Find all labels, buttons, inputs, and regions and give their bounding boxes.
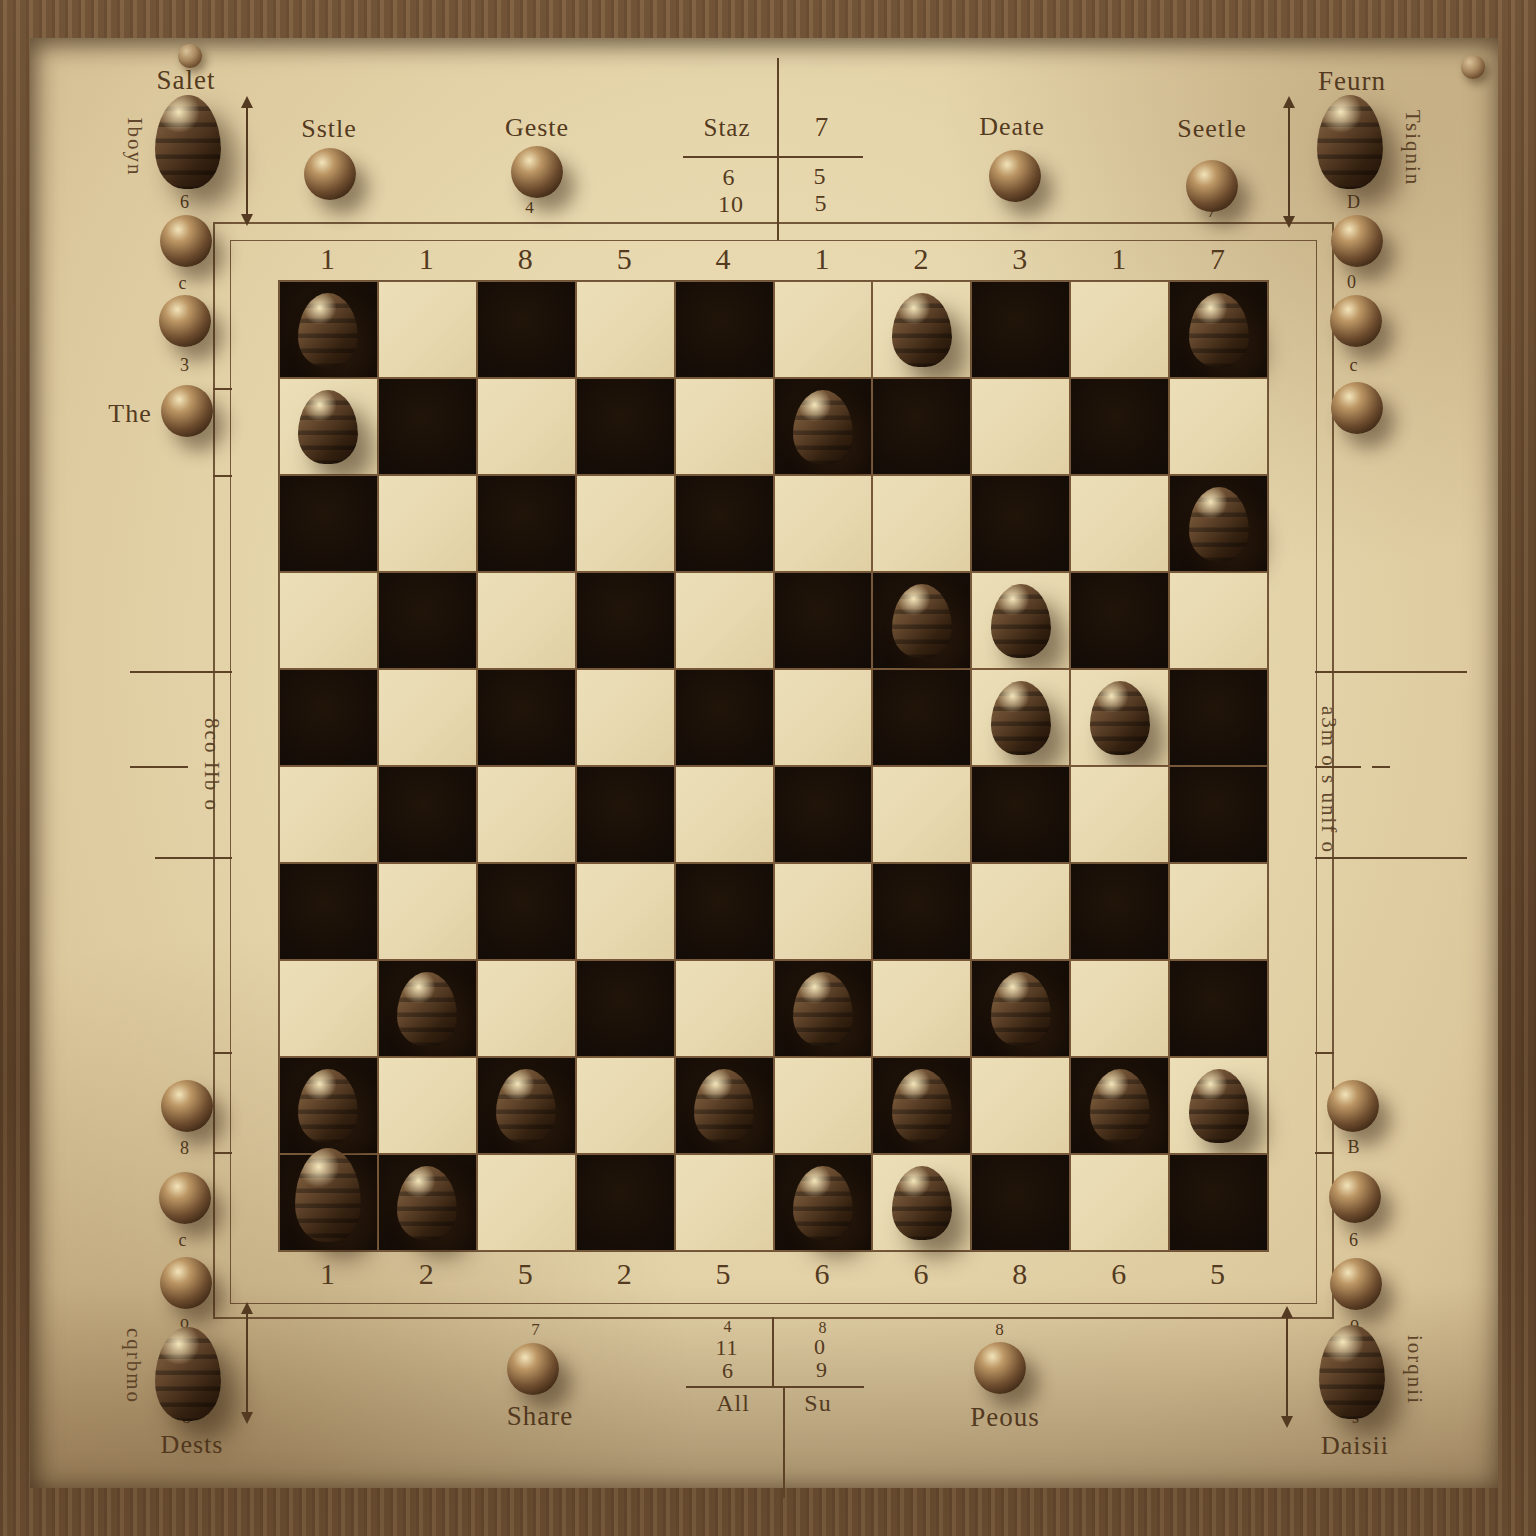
square-r9-c2[interactable] bbox=[477, 1154, 576, 1251]
left-dim-line-c bbox=[155, 857, 232, 859]
right-bottom-mark-2: 6 bbox=[1349, 1230, 1359, 1251]
square-r5-c3[interactable] bbox=[576, 766, 675, 863]
bottom-col-number-1: 1 bbox=[278, 1257, 377, 1291]
right-mid-vertical-text: a3m o s unif o bbox=[1316, 706, 1341, 854]
square-r0-c2[interactable] bbox=[477, 281, 576, 378]
square-r7-c7[interactable] bbox=[971, 960, 1070, 1057]
square-r6-c3[interactable] bbox=[576, 863, 675, 960]
right-top-vertical-text: Tsiqnin bbox=[1400, 110, 1425, 187]
checker-piece[interactable] bbox=[298, 293, 358, 367]
seetle-label: Seetle bbox=[1177, 114, 1247, 144]
right-dim-line-a bbox=[1315, 671, 1467, 673]
square-r1-c5[interactable] bbox=[774, 378, 873, 475]
square-r6-c1[interactable] bbox=[378, 863, 477, 960]
frame-pin-top-left bbox=[178, 44, 202, 68]
square-r7-c0[interactable] bbox=[279, 960, 378, 1057]
square-r9-c1[interactable] bbox=[378, 1154, 477, 1251]
top-column-numbers: 1185412317 bbox=[278, 244, 1267, 274]
square-r8-c2[interactable] bbox=[477, 1057, 576, 1154]
square-r8-c5[interactable] bbox=[774, 1057, 873, 1154]
tray-ball-left-4[interactable] bbox=[161, 1080, 213, 1132]
square-r7-c9[interactable] bbox=[1169, 960, 1268, 1057]
sstle-ball[interactable] bbox=[304, 148, 356, 200]
top-table-header-left: Staz bbox=[703, 114, 750, 142]
square-r5-c2[interactable] bbox=[477, 766, 576, 863]
top-col-number-10: 7 bbox=[1168, 242, 1267, 276]
square-r7-c5[interactable] bbox=[774, 960, 873, 1057]
square-r1-c9[interactable] bbox=[1169, 378, 1268, 475]
square-r4-c6[interactable] bbox=[872, 669, 971, 766]
square-r4-c3[interactable] bbox=[576, 669, 675, 766]
square-r4-c9[interactable] bbox=[1169, 669, 1268, 766]
top-col-number-9: 1 bbox=[1069, 242, 1168, 276]
peous-ball[interactable] bbox=[974, 1342, 1026, 1394]
square-r8-c8[interactable] bbox=[1070, 1057, 1169, 1154]
square-r8-c4[interactable] bbox=[675, 1057, 774, 1154]
bottom-col-number-8: 8 bbox=[970, 1257, 1069, 1291]
square-r4-c5[interactable] bbox=[774, 669, 873, 766]
square-r2-c7[interactable] bbox=[971, 475, 1070, 572]
share-tick: 7 bbox=[531, 1320, 541, 1340]
left-dim-line-a bbox=[130, 671, 232, 673]
square-r0-c5[interactable] bbox=[774, 281, 873, 378]
deate-label: Deate bbox=[979, 112, 1045, 142]
square-r1-c7[interactable] bbox=[971, 378, 1070, 475]
square-r8-c9[interactable] bbox=[1169, 1057, 1268, 1154]
tray-ball-left-5[interactable] bbox=[159, 1172, 211, 1224]
square-r5-c5[interactable] bbox=[774, 766, 873, 863]
checker-piece[interactable] bbox=[991, 681, 1051, 755]
top-table-rule bbox=[683, 156, 863, 158]
square-r5-c7[interactable] bbox=[971, 766, 1070, 863]
bottom-right-double-arrow bbox=[1286, 1317, 1288, 1417]
tray-ball-right-4[interactable] bbox=[1327, 1080, 1379, 1132]
square-r8-c7[interactable] bbox=[971, 1057, 1070, 1154]
square-r3-c9[interactable] bbox=[1169, 572, 1268, 669]
square-r3-c6[interactable] bbox=[872, 572, 971, 669]
daisii-label: Daisii bbox=[1321, 1431, 1389, 1461]
square-r5-c8[interactable] bbox=[1070, 766, 1169, 863]
tray-ball-left-2[interactable] bbox=[159, 295, 211, 347]
bottom-col-number-7: 6 bbox=[871, 1257, 970, 1291]
square-r9-c9[interactable] bbox=[1169, 1154, 1268, 1251]
square-r3-c2[interactable] bbox=[477, 572, 576, 669]
square-r4-c7[interactable] bbox=[971, 669, 1070, 766]
tray-ball-left-1[interactable] bbox=[160, 215, 212, 267]
checker-piece[interactable] bbox=[1090, 681, 1150, 755]
square-r4-c0[interactable] bbox=[279, 669, 378, 766]
sstle-label: Sstle bbox=[301, 114, 357, 144]
square-r9-c8[interactable] bbox=[1070, 1154, 1169, 1251]
square-r0-c6[interactable] bbox=[872, 281, 971, 378]
top-col-number-8: 3 bbox=[970, 242, 1069, 276]
checker-piece[interactable] bbox=[694, 1069, 754, 1143]
top-table-r2c1: 10 bbox=[718, 191, 744, 218]
tray-ball-right-6[interactable] bbox=[1330, 1258, 1382, 1310]
bottom-col-number-9: 6 bbox=[1069, 1257, 1168, 1291]
left-top-mark-2: c bbox=[179, 273, 188, 294]
square-r2-c0[interactable] bbox=[279, 475, 378, 572]
bottom-center-divider-lower bbox=[783, 1388, 785, 1498]
square-r1-c3[interactable] bbox=[576, 378, 675, 475]
top-col-number-2: 1 bbox=[377, 242, 476, 276]
square-r4-c2[interactable] bbox=[477, 669, 576, 766]
tray-ball-left-6[interactable] bbox=[160, 1257, 212, 1309]
square-r9-c0[interactable] bbox=[279, 1154, 378, 1251]
right-top-mark-3: c bbox=[1350, 355, 1359, 376]
right-top-mark-1: D bbox=[1347, 192, 1361, 213]
square-r0-c0[interactable] bbox=[279, 281, 378, 378]
top-left-double-arrow bbox=[246, 107, 248, 215]
top-col-number-7: 2 bbox=[871, 242, 970, 276]
square-r7-c8[interactable] bbox=[1070, 960, 1169, 1057]
left-bottom-mark-2: c bbox=[179, 1230, 188, 1251]
right-dim-line-b bbox=[1315, 766, 1361, 768]
square-r3-c0[interactable] bbox=[279, 572, 378, 669]
checker-piece[interactable] bbox=[991, 584, 1051, 658]
square-r9-c4[interactable] bbox=[675, 1154, 774, 1251]
top-col-number-1: 1 bbox=[278, 242, 377, 276]
square-r6-c5[interactable] bbox=[774, 863, 873, 960]
left-margin-tick-1 bbox=[213, 388, 232, 390]
bottom-left-double-arrow bbox=[246, 1313, 248, 1413]
frame-pin-top-right bbox=[1461, 55, 1485, 79]
square-r0-c3[interactable] bbox=[576, 281, 675, 378]
tray-ball-left-3[interactable] bbox=[161, 385, 213, 437]
checker-piece[interactable] bbox=[793, 972, 853, 1046]
bottom-col-number-10: 5 bbox=[1168, 1257, 1267, 1291]
deate-ball[interactable] bbox=[989, 150, 1041, 202]
right-margin-tick-2 bbox=[1315, 1152, 1334, 1154]
checker-piece[interactable] bbox=[298, 390, 358, 464]
top-table-r2c2: 5 bbox=[815, 190, 828, 217]
checker-piece[interactable] bbox=[397, 1166, 457, 1240]
bottom-table-label-right: Su bbox=[804, 1390, 831, 1417]
square-r7-c3[interactable] bbox=[576, 960, 675, 1057]
square-r5-c6[interactable] bbox=[872, 766, 971, 863]
checker-piece[interactable] bbox=[793, 1166, 853, 1240]
square-r1-c8[interactable] bbox=[1070, 378, 1169, 475]
seetle-ball[interactable] bbox=[1186, 160, 1238, 212]
square-r2-c4[interactable] bbox=[675, 475, 774, 572]
square-r6-c2[interactable] bbox=[477, 863, 576, 960]
left-margin-tick-3 bbox=[213, 1052, 232, 1054]
tray-ball-right-3[interactable] bbox=[1331, 382, 1383, 434]
square-r7-c2[interactable] bbox=[477, 960, 576, 1057]
top-col-number-5: 4 bbox=[674, 242, 773, 276]
square-r3-c3[interactable] bbox=[576, 572, 675, 669]
bottom-table-b2: 9 bbox=[816, 1357, 828, 1383]
square-r3-c1[interactable] bbox=[378, 572, 477, 669]
square-r3-c4[interactable] bbox=[675, 572, 774, 669]
checkers-board-grid bbox=[278, 280, 1269, 1252]
square-r1-c6[interactable] bbox=[872, 378, 971, 475]
square-r6-c6[interactable] bbox=[872, 863, 971, 960]
left-mid-vertical-text: 8co IIb o bbox=[199, 718, 224, 812]
checker-piece[interactable] bbox=[496, 1069, 556, 1143]
share-ball[interactable] bbox=[507, 1343, 559, 1395]
bottom-table-t1: 4 bbox=[724, 1318, 733, 1336]
square-r8-c3[interactable] bbox=[576, 1057, 675, 1154]
checker-piece[interactable] bbox=[1189, 487, 1249, 561]
geste-label: Geste bbox=[505, 113, 569, 143]
peous-tick: 8 bbox=[995, 1320, 1005, 1340]
square-r2-c3[interactable] bbox=[576, 475, 675, 572]
square-r9-c3[interactable] bbox=[576, 1154, 675, 1251]
square-r2-c5[interactable] bbox=[774, 475, 873, 572]
bottom-table-b1: 6 bbox=[722, 1358, 734, 1384]
square-r5-c1[interactable] bbox=[378, 766, 477, 863]
square-r5-c9[interactable] bbox=[1169, 766, 1268, 863]
square-r1-c1[interactable] bbox=[378, 378, 477, 475]
square-r8-c1[interactable] bbox=[378, 1057, 477, 1154]
top-col-number-3: 8 bbox=[476, 242, 575, 276]
square-r6-c8[interactable] bbox=[1070, 863, 1169, 960]
square-r8-c0[interactable] bbox=[279, 1057, 378, 1154]
bottom-table-label-left: All bbox=[716, 1390, 750, 1417]
left-top-vertical-text: Iboyn bbox=[122, 118, 147, 177]
right-dim-line-c bbox=[1315, 857, 1467, 859]
checker-piece[interactable] bbox=[1090, 1069, 1150, 1143]
left-bottom-vertical-text: cqrbmo bbox=[121, 1328, 146, 1404]
square-r4-c4[interactable] bbox=[675, 669, 774, 766]
top-table-header-right: 7 bbox=[815, 112, 830, 143]
vintage-draughts-plate: 1185412317 1252566865 SaletSstleGesteSta… bbox=[0, 0, 1536, 1536]
square-r2-c1[interactable] bbox=[378, 475, 477, 572]
left-margin-tick-2 bbox=[213, 475, 232, 477]
tall-checker-piece[interactable] bbox=[295, 1148, 361, 1242]
square-r0-c1[interactable] bbox=[378, 281, 477, 378]
tray-ball-right-1[interactable] bbox=[1331, 215, 1383, 267]
square-r0-c9[interactable] bbox=[1169, 281, 1268, 378]
checker-piece[interactable] bbox=[1189, 1069, 1249, 1143]
left-margin-tick-4 bbox=[213, 1152, 232, 1154]
tray-ball-right-2[interactable] bbox=[1330, 295, 1382, 347]
square-r7-c1[interactable] bbox=[378, 960, 477, 1057]
square-r2-c2[interactable] bbox=[477, 475, 576, 572]
the-label: The bbox=[108, 399, 151, 429]
bottom-col-number-3: 5 bbox=[476, 1257, 575, 1291]
square-r4-c1[interactable] bbox=[378, 669, 477, 766]
square-r9-c5[interactable] bbox=[774, 1154, 873, 1251]
bottom-col-number-4: 2 bbox=[575, 1257, 674, 1291]
right-bottom-mark-1: B bbox=[1347, 1137, 1360, 1158]
salet-label: Salet bbox=[157, 65, 216, 96]
top-col-number-4: 5 bbox=[575, 242, 674, 276]
feurn-label: Feurn bbox=[1318, 66, 1386, 97]
square-r7-c4[interactable] bbox=[675, 960, 774, 1057]
square-r1-c4[interactable] bbox=[675, 378, 774, 475]
checker-piece[interactable] bbox=[991, 972, 1051, 1046]
square-r2-c6[interactable] bbox=[872, 475, 971, 572]
bottom-col-number-2: 2 bbox=[377, 1257, 476, 1291]
left-top-mark-1: 6 bbox=[180, 192, 190, 213]
right-margin-tick-1 bbox=[1315, 1052, 1334, 1054]
square-r6-c7[interactable] bbox=[971, 863, 1070, 960]
left-bottom-mark-1: 8 bbox=[180, 1138, 190, 1159]
bottom-center-divider-upper bbox=[772, 1317, 774, 1386]
square-r1-c2[interactable] bbox=[477, 378, 576, 475]
square-r2-c9[interactable] bbox=[1169, 475, 1268, 572]
bottom-column-numbers: 1252566865 bbox=[278, 1258, 1267, 1290]
square-r9-c7[interactable] bbox=[971, 1154, 1070, 1251]
square-r5-c4[interactable] bbox=[675, 766, 774, 863]
bottom-col-number-5: 5 bbox=[674, 1257, 773, 1291]
square-r1-c0[interactable] bbox=[279, 378, 378, 475]
checker-piece[interactable] bbox=[892, 293, 952, 367]
square-r3-c8[interactable] bbox=[1070, 572, 1169, 669]
right-top-mark-2: 0 bbox=[1347, 272, 1357, 293]
top-table-r1c1: 6 bbox=[723, 164, 736, 191]
square-r9-c6[interactable] bbox=[872, 1154, 971, 1251]
square-r3-c7[interactable] bbox=[971, 572, 1070, 669]
square-r7-c6[interactable] bbox=[872, 960, 971, 1057]
tray-ball-right-5[interactable] bbox=[1329, 1171, 1381, 1223]
checker-piece[interactable] bbox=[298, 1069, 358, 1143]
square-r0-c7[interactable] bbox=[971, 281, 1070, 378]
top-table-r1c2: 5 bbox=[814, 163, 827, 190]
square-r6-c9[interactable] bbox=[1169, 863, 1268, 960]
dests-label: Dests bbox=[161, 1430, 224, 1460]
square-r0-c4[interactable] bbox=[675, 281, 774, 378]
checker-piece[interactable] bbox=[892, 1166, 952, 1240]
square-r0-c8[interactable] bbox=[1070, 281, 1169, 378]
top-center-divider bbox=[777, 58, 779, 240]
share-label: Share bbox=[507, 1401, 573, 1432]
geste-ball[interactable] bbox=[511, 146, 563, 198]
checker-piece[interactable] bbox=[1189, 293, 1249, 367]
checker-piece[interactable] bbox=[892, 1069, 952, 1143]
square-r4-c8[interactable] bbox=[1070, 669, 1169, 766]
square-r5-c0[interactable] bbox=[279, 766, 378, 863]
geste-tick: 4 bbox=[525, 198, 535, 218]
square-r6-c4[interactable] bbox=[675, 863, 774, 960]
square-r8-c6[interactable] bbox=[872, 1057, 971, 1154]
bottom-table-rule bbox=[686, 1386, 864, 1388]
left-dim-line-b bbox=[130, 766, 188, 768]
top-col-number-6: 1 bbox=[773, 242, 872, 276]
top-right-double-arrow bbox=[1288, 107, 1290, 217]
checker-piece[interactable] bbox=[793, 390, 853, 464]
bottom-col-number-6: 6 bbox=[773, 1257, 872, 1291]
square-r3-c5[interactable] bbox=[774, 572, 873, 669]
peous-label: Peous bbox=[970, 1402, 1040, 1433]
square-r2-c8[interactable] bbox=[1070, 475, 1169, 572]
right-bottom-vertical-text: iorqnii bbox=[1402, 1335, 1427, 1405]
right-dim-dash bbox=[1372, 766, 1390, 768]
checker-piece[interactable] bbox=[892, 584, 952, 658]
checker-piece[interactable] bbox=[397, 972, 457, 1046]
left-top-mark-3: 3 bbox=[180, 355, 190, 376]
square-r6-c0[interactable] bbox=[279, 863, 378, 960]
